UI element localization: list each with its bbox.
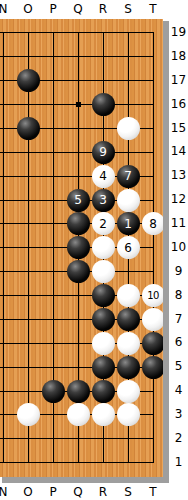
black-stone-Q12[interactable]: 5 (67, 189, 90, 212)
row-labels-right: 19181716151413121110987654321 (169, 21, 188, 475)
intersection-S16[interactable] (116, 93, 141, 117)
row-label-14: 14 (169, 140, 188, 164)
white-stone-S15[interactable] (117, 117, 140, 140)
intersection-N1[interactable] (0, 451, 16, 475)
intersection-S15[interactable] (116, 117, 141, 141)
white-stone-S10[interactable]: 6 (117, 236, 140, 259)
move-number-label: 9 (99, 146, 107, 158)
column-label-R: R (91, 484, 116, 500)
intersection-S10[interactable]: 6 (116, 236, 141, 260)
intersection-O9[interactable] (16, 260, 41, 284)
intersection-T7[interactable] (141, 308, 164, 332)
intersection-O19[interactable] (16, 21, 41, 45)
intersection-T10[interactable] (141, 236, 164, 260)
column-label-S: S (116, 1, 141, 17)
row-label-11: 11 (169, 212, 188, 236)
go-board-viewport: NOPQRST 94753218610 19181716151413121110… (0, 0, 188, 500)
intersection-O5[interactable] (16, 355, 41, 379)
black-stone-R14[interactable]: 9 (92, 141, 115, 164)
intersection-S18[interactable] (116, 45, 141, 69)
intersection-Q5[interactable] (66, 355, 91, 379)
intersection-T17[interactable] (141, 69, 164, 93)
white-stone-S12[interactable] (117, 189, 140, 212)
intersection-Q8[interactable] (66, 284, 91, 308)
intersection-N18[interactable] (0, 45, 16, 69)
intersection-P18[interactable] (41, 45, 66, 69)
intersection-R12[interactable]: 3 (91, 188, 116, 212)
intersection-S11[interactable]: 1 (116, 212, 141, 236)
intersection-R7[interactable] (91, 308, 116, 332)
intersection-R9[interactable] (91, 260, 116, 284)
white-stone-S3[interactable] (117, 403, 140, 426)
row-label-12: 12 (169, 188, 188, 212)
intersection-O7[interactable] (16, 308, 41, 332)
row-label-18: 18 (169, 45, 188, 69)
column-label-T: T (141, 1, 166, 17)
black-stone-Q10[interactable] (67, 236, 90, 259)
move-number-label: 6 (124, 242, 132, 254)
intersection-Q17[interactable] (66, 69, 91, 93)
intersection-T14[interactable] (141, 140, 164, 164)
intersection-P6[interactable] (41, 331, 66, 355)
intersection-N15[interactable] (0, 117, 16, 141)
row-label-9: 9 (169, 260, 188, 284)
row-label-4: 4 (169, 379, 188, 403)
column-label-Q: Q (66, 1, 91, 17)
move-number-label: 5 (74, 194, 82, 206)
row-label-8: 8 (169, 284, 188, 308)
white-stone-Q3[interactable] (67, 403, 90, 426)
intersection-R15[interactable] (91, 117, 116, 141)
intersection-S5[interactable] (116, 355, 141, 379)
white-stone-R9[interactable] (92, 260, 115, 283)
intersection-S3[interactable] (116, 403, 141, 427)
black-stone-T6[interactable] (142, 332, 164, 355)
row-label-10: 10 (169, 236, 188, 260)
black-stone-S7[interactable] (117, 308, 140, 331)
white-stone-O3[interactable] (17, 403, 40, 426)
intersection-R14[interactable]: 9 (91, 140, 116, 164)
intersection-T18[interactable] (141, 45, 164, 69)
intersection-S8[interactable] (116, 284, 141, 308)
intersection-O2[interactable] (16, 427, 41, 451)
column-labels-top: NOPQRST (0, 1, 166, 17)
intersection-Q18[interactable] (66, 45, 91, 69)
intersection-P8[interactable] (41, 284, 66, 308)
board-edge-shadow-bottom (2, 477, 169, 483)
intersection-N10[interactable] (0, 236, 16, 260)
intersection-N14[interactable] (0, 140, 16, 164)
intersection-S13[interactable]: 7 (116, 164, 141, 188)
move-number-label: 2 (99, 218, 107, 230)
column-labels-bottom: NOPQRST (0, 484, 166, 500)
column-label-R: R (91, 1, 116, 17)
intersection-S19[interactable] (116, 21, 141, 45)
row-label-7: 7 (169, 308, 188, 332)
intersection-Q4[interactable] (66, 379, 91, 403)
black-stone-R16[interactable] (92, 93, 115, 116)
intersection-O14[interactable] (16, 140, 41, 164)
move-number-label: 10 (147, 291, 159, 301)
intersection-T4[interactable] (141, 379, 164, 403)
row-label-19: 19 (169, 21, 188, 45)
intersection-S17[interactable] (116, 69, 141, 93)
intersection-N2[interactable] (0, 427, 16, 451)
black-stone-R12[interactable]: 3 (92, 189, 115, 212)
row-label-2: 2 (169, 427, 188, 451)
intersection-Q12[interactable]: 5 (66, 188, 91, 212)
white-stone-S4[interactable] (117, 380, 140, 403)
intersection-R6[interactable] (91, 331, 116, 355)
intersection-S6[interactable] (116, 331, 141, 355)
intersection-T16[interactable] (141, 93, 164, 117)
black-stone-R5[interactable] (92, 356, 115, 379)
black-stone-Q9[interactable] (67, 260, 90, 283)
intersection-N3[interactable] (0, 403, 16, 427)
intersection-P13[interactable] (41, 164, 66, 188)
intersection-Q6[interactable] (66, 331, 91, 355)
intersection-R11[interactable]: 2 (91, 212, 116, 236)
intersection-Q2[interactable] (66, 427, 91, 451)
column-label-T: T (141, 484, 166, 500)
intersection-Q7[interactable] (66, 308, 91, 332)
intersection-P9[interactable] (41, 260, 66, 284)
black-stone-T5[interactable] (142, 356, 164, 379)
intersection-O18[interactable] (16, 45, 41, 69)
move-number-label: 7 (124, 170, 132, 182)
intersection-Q1[interactable] (66, 451, 91, 475)
move-number-label: 3 (99, 194, 107, 206)
intersection-S9[interactable] (116, 260, 141, 284)
intersection-T9[interactable] (141, 260, 164, 284)
intersection-T19[interactable] (141, 21, 164, 45)
intersection-O4[interactable] (16, 379, 41, 403)
black-stone-S11[interactable]: 1 (117, 212, 140, 235)
intersection-N11[interactable] (0, 212, 16, 236)
intersection-O15[interactable] (16, 117, 41, 141)
intersection-O17[interactable] (16, 69, 41, 93)
black-stone-R4[interactable] (92, 380, 115, 403)
intersection-R19[interactable] (91, 21, 116, 45)
intersection-Q16[interactable] (66, 93, 91, 117)
intersection-P12[interactable] (41, 188, 66, 212)
intersection-T6[interactable] (141, 331, 164, 355)
intersection-N17[interactable] (0, 69, 16, 93)
move-number-label: 4 (99, 170, 107, 182)
white-stone-R3[interactable] (92, 403, 115, 426)
intersection-R17[interactable] (91, 69, 116, 93)
intersection-O16[interactable] (16, 93, 41, 117)
black-stone-O15[interactable] (17, 117, 40, 140)
intersection-N12[interactable] (0, 188, 16, 212)
intersection-T12[interactable] (141, 188, 164, 212)
intersection-P17[interactable] (41, 69, 66, 93)
intersection-O1[interactable] (16, 451, 41, 475)
column-label-O: O (16, 484, 41, 500)
intersection-O3[interactable] (16, 403, 41, 427)
white-stone-S6[interactable] (117, 332, 140, 355)
intersection-N13[interactable] (0, 164, 16, 188)
intersection-N6[interactable] (0, 331, 16, 355)
white-stone-T11[interactable]: 8 (142, 212, 164, 235)
intersection-P3[interactable] (41, 403, 66, 427)
intersection-S12[interactable] (116, 188, 141, 212)
black-stone-R8[interactable] (92, 284, 115, 307)
board-grid: 94753218610 (0, 21, 163, 475)
intersection-P19[interactable] (41, 21, 66, 45)
intersection-R18[interactable] (91, 45, 116, 69)
intersection-N9[interactable] (0, 260, 16, 284)
column-label-O: O (16, 1, 41, 17)
intersection-Q13[interactable] (66, 164, 91, 188)
intersection-R13[interactable]: 4 (91, 164, 116, 188)
intersection-T8[interactable]: 10 (141, 284, 164, 308)
intersection-R1[interactable] (91, 451, 116, 475)
intersection-R5[interactable] (91, 355, 116, 379)
intersection-N16[interactable] (0, 93, 16, 117)
black-stone-Q4[interactable] (67, 380, 90, 403)
intersection-S7[interactable] (116, 308, 141, 332)
intersection-Q14[interactable] (66, 140, 91, 164)
row-label-15: 15 (169, 117, 188, 141)
black-stone-R7[interactable] (92, 308, 115, 331)
intersection-N4[interactable] (0, 379, 16, 403)
white-stone-S8[interactable] (117, 284, 140, 307)
intersection-T3[interactable] (141, 403, 164, 427)
intersection-P11[interactable] (41, 212, 66, 236)
row-label-1: 1 (169, 451, 188, 475)
star-point-Q16 (76, 102, 81, 107)
black-stone-S5[interactable] (117, 356, 140, 379)
column-label-P: P (41, 484, 66, 500)
column-label-Q: Q (66, 484, 91, 500)
column-label-S: S (116, 484, 141, 500)
intersection-O11[interactable] (16, 212, 41, 236)
intersection-N5[interactable] (0, 355, 16, 379)
white-stone-T8[interactable]: 10 (142, 284, 164, 307)
row-label-16: 16 (169, 93, 188, 117)
intersection-Q15[interactable] (66, 117, 91, 141)
intersection-O10[interactable] (16, 236, 41, 260)
intersection-P16[interactable] (41, 93, 66, 117)
intersection-O13[interactable] (16, 164, 41, 188)
intersection-R8[interactable] (91, 284, 116, 308)
intersection-P10[interactable] (41, 236, 66, 260)
intersection-S2[interactable] (116, 427, 141, 451)
column-label-P: P (41, 1, 66, 17)
black-stone-Q11[interactable] (67, 212, 90, 235)
intersection-P14[interactable] (41, 140, 66, 164)
row-label-13: 13 (169, 164, 188, 188)
row-label-3: 3 (169, 403, 188, 427)
black-stone-O17[interactable] (17, 69, 40, 92)
intersection-T13[interactable] (141, 164, 164, 188)
black-stone-S13[interactable]: 7 (117, 165, 140, 188)
column-label-N: N (0, 484, 16, 500)
intersection-O6[interactable] (16, 331, 41, 355)
intersection-Q19[interactable] (66, 21, 91, 45)
intersection-P2[interactable] (41, 427, 66, 451)
intersection-P1[interactable] (41, 451, 66, 475)
go-board: 94753218610 (0, 19, 163, 477)
intersection-N8[interactable] (0, 284, 16, 308)
white-stone-R11[interactable]: 2 (92, 212, 115, 235)
intersection-Q11[interactable] (66, 212, 91, 236)
intersection-S14[interactable] (116, 140, 141, 164)
intersection-T5[interactable] (141, 355, 164, 379)
intersection-T1[interactable] (141, 451, 164, 475)
white-stone-T7[interactable] (142, 308, 164, 331)
row-label-17: 17 (169, 69, 188, 93)
intersection-T15[interactable] (141, 117, 164, 141)
intersection-R4[interactable] (91, 379, 116, 403)
intersection-S1[interactable] (116, 451, 141, 475)
intersection-O12[interactable] (16, 188, 41, 212)
intersection-R3[interactable] (91, 403, 116, 427)
intersection-S4[interactable] (116, 379, 141, 403)
intersection-P5[interactable] (41, 355, 66, 379)
white-stone-R10[interactable] (92, 236, 115, 259)
intersection-P15[interactable] (41, 117, 66, 141)
move-number-label: 8 (149, 218, 157, 230)
intersection-T11[interactable]: 8 (141, 212, 164, 236)
intersection-T2[interactable] (141, 427, 164, 451)
intersection-O8[interactable] (16, 284, 41, 308)
row-label-6: 6 (169, 331, 188, 355)
row-label-5: 5 (169, 355, 188, 379)
intersection-R16[interactable] (91, 93, 116, 117)
white-stone-R6[interactable] (92, 332, 115, 355)
intersection-R10[interactable] (91, 236, 116, 260)
white-stone-R13[interactable]: 4 (92, 165, 115, 188)
intersection-R2[interactable] (91, 427, 116, 451)
intersection-P4[interactable] (41, 379, 66, 403)
intersection-Q9[interactable] (66, 260, 91, 284)
intersection-Q10[interactable] (66, 236, 91, 260)
move-number-label: 1 (124, 218, 132, 230)
intersection-Q3[interactable] (66, 403, 91, 427)
intersection-P7[interactable] (41, 308, 66, 332)
black-stone-P4[interactable] (42, 380, 65, 403)
intersection-N19[interactable] (0, 21, 16, 45)
column-label-N: N (0, 1, 16, 17)
intersection-N7[interactable] (0, 308, 16, 332)
